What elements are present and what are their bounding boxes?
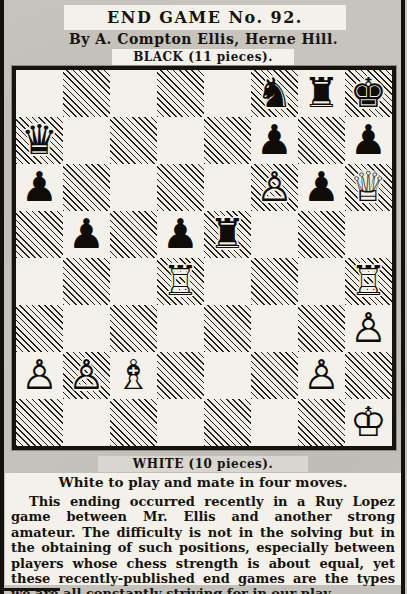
puzzle-title: END GAME No. 92. bbox=[64, 5, 346, 30]
piece-white-rook-d4: ♖ bbox=[157, 258, 204, 305]
piece-white-pawn-a2: ♙ bbox=[16, 352, 63, 399]
piece-black-queen-a7: ♛ bbox=[16, 117, 63, 164]
square-g7 bbox=[298, 117, 345, 164]
article-paragraph: This ending occurred recently in a Ruy L… bbox=[11, 494, 395, 594]
square-h4: ♖ bbox=[345, 258, 392, 305]
piece-white-pawn-b2: ♙ bbox=[63, 352, 110, 399]
square-d7 bbox=[157, 117, 204, 164]
piece-black-king-h8: ♚ bbox=[345, 70, 392, 117]
square-f7: ♟ bbox=[251, 117, 298, 164]
piece-black-pawn-b5: ♟ bbox=[63, 211, 110, 258]
square-b6 bbox=[63, 164, 110, 211]
square-c8 bbox=[110, 70, 157, 117]
square-c2: ♗ bbox=[110, 352, 157, 399]
square-b5: ♟ bbox=[63, 211, 110, 258]
stipulation: White to play and mate in four moves. bbox=[5, 473, 401, 492]
square-g8: ♜ bbox=[298, 70, 345, 117]
square-d4: ♖ bbox=[157, 258, 204, 305]
piece-black-pawn-d5: ♟ bbox=[157, 211, 204, 258]
square-e6 bbox=[204, 164, 251, 211]
square-d2 bbox=[157, 352, 204, 399]
square-h2 bbox=[345, 352, 392, 399]
piece-white-pawn-g2: ♙ bbox=[298, 352, 345, 399]
square-d5: ♟ bbox=[157, 211, 204, 258]
square-c3 bbox=[110, 305, 157, 352]
square-f2 bbox=[251, 352, 298, 399]
square-g3 bbox=[298, 305, 345, 352]
right-column-rule bbox=[401, 0, 405, 594]
square-d3 bbox=[157, 305, 204, 352]
square-e8 bbox=[204, 70, 251, 117]
piece-white-pawn-h3: ♙ bbox=[345, 305, 392, 352]
square-a2: ♙ bbox=[16, 352, 63, 399]
square-g2: ♙ bbox=[298, 352, 345, 399]
square-b2: ♙ bbox=[63, 352, 110, 399]
square-d1 bbox=[157, 399, 204, 446]
square-h5 bbox=[345, 211, 392, 258]
black-side-caption: BLACK (11 pieces). bbox=[112, 49, 294, 65]
piece-white-king-h1: ♔ bbox=[345, 399, 392, 446]
square-f1 bbox=[251, 399, 298, 446]
square-g6: ♟ bbox=[298, 164, 345, 211]
piece-black-pawn-g6: ♟ bbox=[298, 164, 345, 211]
white-side-caption: WHITE (10 pieces). bbox=[98, 456, 308, 472]
square-c4 bbox=[110, 258, 157, 305]
square-h7: ♟ bbox=[345, 117, 392, 164]
square-f6: ♙ bbox=[251, 164, 298, 211]
square-h1: ♔ bbox=[345, 399, 392, 446]
bottom-rule-fragment bbox=[0, 588, 60, 591]
square-f8: ♞ bbox=[251, 70, 298, 117]
piece-black-pawn-a6: ♟ bbox=[16, 164, 63, 211]
piece-white-queen-h6: ♕ bbox=[345, 164, 392, 211]
piece-black-pawn-h7: ♟ bbox=[345, 117, 392, 164]
square-a8 bbox=[16, 70, 63, 117]
piece-black-rook-g8: ♜ bbox=[298, 70, 345, 117]
square-h3: ♙ bbox=[345, 305, 392, 352]
chess-board: ♞♜♚♛♟♟♟♙♟♕♟♟♜♖♖♙♙♙♗♙♔ bbox=[12, 66, 396, 450]
square-c1 bbox=[110, 399, 157, 446]
square-d8 bbox=[157, 70, 204, 117]
piece-white-rook-h4: ♖ bbox=[345, 258, 392, 305]
piece-black-knight-f8: ♞ bbox=[251, 70, 298, 117]
square-c7 bbox=[110, 117, 157, 164]
square-g5 bbox=[298, 211, 345, 258]
left-column-rule bbox=[0, 0, 4, 594]
square-f3 bbox=[251, 305, 298, 352]
square-b3 bbox=[63, 305, 110, 352]
square-e7 bbox=[204, 117, 251, 164]
byline: By A. Compton Ellis, Herne Hill. bbox=[0, 31, 407, 47]
square-a4 bbox=[16, 258, 63, 305]
square-b4 bbox=[63, 258, 110, 305]
square-a7: ♛ bbox=[16, 117, 63, 164]
square-a3 bbox=[16, 305, 63, 352]
article-text-block: This ending occurred recently in a Ruy L… bbox=[5, 492, 401, 585]
square-g4 bbox=[298, 258, 345, 305]
square-c6 bbox=[110, 164, 157, 211]
square-a5 bbox=[16, 211, 63, 258]
square-h6: ♕ bbox=[345, 164, 392, 211]
square-a1 bbox=[16, 399, 63, 446]
square-c5 bbox=[110, 211, 157, 258]
square-b7 bbox=[63, 117, 110, 164]
square-d6 bbox=[157, 164, 204, 211]
square-g1 bbox=[298, 399, 345, 446]
piece-black-pawn-f7: ♟ bbox=[251, 117, 298, 164]
newspaper-clipping: { "game": "chess", "position": { "fen": … bbox=[0, 0, 407, 594]
piece-black-rook-e5: ♜ bbox=[204, 211, 251, 258]
square-e5: ♜ bbox=[204, 211, 251, 258]
square-e1 bbox=[204, 399, 251, 446]
square-e2 bbox=[204, 352, 251, 399]
square-f4 bbox=[251, 258, 298, 305]
square-f5 bbox=[251, 211, 298, 258]
square-e4 bbox=[204, 258, 251, 305]
square-h8: ♚ bbox=[345, 70, 392, 117]
square-a6: ♟ bbox=[16, 164, 63, 211]
square-e3 bbox=[204, 305, 251, 352]
square-b1 bbox=[63, 399, 110, 446]
square-b8 bbox=[63, 70, 110, 117]
piece-white-bishop-c2: ♗ bbox=[110, 352, 157, 399]
piece-white-pawn-f6: ♙ bbox=[251, 164, 298, 211]
